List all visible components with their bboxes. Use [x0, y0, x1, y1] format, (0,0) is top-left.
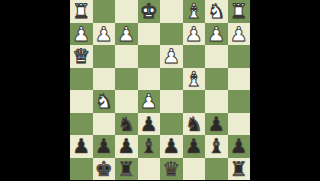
black-pawn-piece[interactable]: ♟ — [207, 113, 225, 133]
square-e8[interactable] — [138, 158, 161, 181]
square-b1[interactable]: ♞ — [205, 0, 228, 23]
square-b2[interactable]: ♟ — [205, 23, 228, 46]
square-d1[interactable] — [160, 0, 183, 23]
square-f8[interactable]: ♜ — [115, 158, 138, 181]
square-b3[interactable] — [205, 45, 228, 68]
black-knight-piece[interactable]: ♞ — [185, 113, 203, 133]
white-pawn-piece[interactable]: ♟ — [230, 23, 248, 43]
square-f3[interactable] — [115, 45, 138, 68]
square-h7[interactable]: ♟ — [70, 135, 93, 158]
white-bishop-piece[interactable]: ♝ — [185, 1, 203, 21]
square-h1[interactable]: ♜ — [70, 0, 93, 23]
square-a1[interactable]: ♜ — [228, 0, 251, 23]
white-knight-piece[interactable]: ♞ — [95, 91, 113, 111]
square-b8[interactable] — [205, 158, 228, 181]
square-g8[interactable]: ♚ — [93, 158, 116, 181]
black-bishop-piece[interactable]: ♝ — [207, 136, 225, 156]
square-d3[interactable]: ♟ — [160, 45, 183, 68]
square-d2[interactable] — [160, 23, 183, 46]
square-d5[interactable] — [160, 90, 183, 113]
white-queen-piece[interactable]: ♛ — [72, 46, 90, 66]
square-h4[interactable] — [70, 68, 93, 91]
square-g7[interactable]: ♟ — [93, 135, 116, 158]
square-d8[interactable]: ♛ — [160, 158, 183, 181]
white-king-piece[interactable]: ♚ — [140, 1, 158, 21]
square-d7[interactable]: ♟ — [160, 135, 183, 158]
square-g3[interactable] — [93, 45, 116, 68]
white-knight-piece[interactable]: ♞ — [207, 1, 225, 21]
square-d4[interactable] — [160, 68, 183, 91]
white-pawn-piece[interactable]: ♟ — [140, 91, 158, 111]
white-pawn-piece[interactable]: ♟ — [95, 23, 113, 43]
square-g1[interactable] — [93, 0, 116, 23]
square-c1[interactable]: ♝ — [183, 0, 206, 23]
square-h6[interactable] — [70, 113, 93, 136]
square-e7[interactable]: ♝ — [138, 135, 161, 158]
square-b4[interactable] — [205, 68, 228, 91]
square-e4[interactable] — [138, 68, 161, 91]
square-h5[interactable] — [70, 90, 93, 113]
white-pawn-piece[interactable]: ♟ — [185, 23, 203, 43]
black-bishop-piece[interactable]: ♝ — [140, 136, 158, 156]
square-a5[interactable] — [228, 90, 251, 113]
black-pawn-piece[interactable]: ♟ — [72, 136, 90, 156]
black-pawn-piece[interactable]: ♟ — [162, 136, 180, 156]
square-b5[interactable] — [205, 90, 228, 113]
black-knight-piece[interactable]: ♞ — [117, 113, 135, 133]
letterbox-left — [0, 0, 70, 180]
black-pawn-piece[interactable]: ♟ — [140, 113, 158, 133]
square-e5[interactable]: ♟ — [138, 90, 161, 113]
black-king-piece[interactable]: ♚ — [95, 158, 113, 178]
black-pawn-piece[interactable]: ♟ — [95, 136, 113, 156]
square-c5[interactable] — [183, 90, 206, 113]
white-pawn-piece[interactable]: ♟ — [207, 23, 225, 43]
square-g4[interactable] — [93, 68, 116, 91]
square-b7[interactable]: ♝ — [205, 135, 228, 158]
square-a6[interactable] — [228, 113, 251, 136]
square-e1[interactable]: ♚ — [138, 0, 161, 23]
square-f6[interactable]: ♞ — [115, 113, 138, 136]
square-e6[interactable]: ♟ — [138, 113, 161, 136]
square-e3[interactable] — [138, 45, 161, 68]
square-f7[interactable]: ♟ — [115, 135, 138, 158]
chess-board: ♜♚♝♞♜♟♟♟♟♟♟♛♟♝♞♟♞♟♞♟♟♟♟♝♟♟♝♟♚♜♛♜ — [70, 0, 250, 180]
letterbox-right — [250, 0, 320, 180]
square-g6[interactable] — [93, 113, 116, 136]
white-rook-piece[interactable]: ♜ — [230, 1, 248, 21]
square-c2[interactable]: ♟ — [183, 23, 206, 46]
square-a4[interactable] — [228, 68, 251, 91]
white-pawn-piece[interactable]: ♟ — [72, 23, 90, 43]
square-c6[interactable]: ♞ — [183, 113, 206, 136]
square-c3[interactable] — [183, 45, 206, 68]
square-g2[interactable]: ♟ — [93, 23, 116, 46]
square-e2[interactable] — [138, 23, 161, 46]
black-pawn-piece[interactable]: ♟ — [185, 136, 203, 156]
black-queen-piece[interactable]: ♛ — [162, 158, 180, 178]
square-f1[interactable] — [115, 0, 138, 23]
square-d6[interactable] — [160, 113, 183, 136]
square-g5[interactable]: ♞ — [93, 90, 116, 113]
black-rook-piece[interactable]: ♜ — [117, 158, 135, 178]
square-h3[interactable]: ♛ — [70, 45, 93, 68]
square-f2[interactable]: ♟ — [115, 23, 138, 46]
square-a3[interactable] — [228, 45, 251, 68]
square-a2[interactable]: ♟ — [228, 23, 251, 46]
square-f5[interactable] — [115, 90, 138, 113]
black-rook-piece[interactable]: ♜ — [230, 158, 248, 178]
video-frame: ♜♚♝♞♜♟♟♟♟♟♟♛♟♝♞♟♞♟♞♟♟♟♟♝♟♟♝♟♚♜♛♜ — [0, 0, 320, 180]
square-f4[interactable] — [115, 68, 138, 91]
square-c8[interactable] — [183, 158, 206, 181]
square-a8[interactable]: ♜ — [228, 158, 251, 181]
square-b6[interactable]: ♟ — [205, 113, 228, 136]
white-bishop-piece[interactable]: ♝ — [185, 68, 203, 88]
white-pawn-piece[interactable]: ♟ — [162, 46, 180, 66]
white-rook-piece[interactable]: ♜ — [72, 1, 90, 21]
square-c4[interactable]: ♝ — [183, 68, 206, 91]
square-c7[interactable]: ♟ — [183, 135, 206, 158]
square-a7[interactable]: ♟ — [228, 135, 251, 158]
black-pawn-piece[interactable]: ♟ — [230, 136, 248, 156]
square-h8[interactable] — [70, 158, 93, 181]
square-h2[interactable]: ♟ — [70, 23, 93, 46]
black-pawn-piece[interactable]: ♟ — [117, 136, 135, 156]
white-pawn-piece[interactable]: ♟ — [117, 23, 135, 43]
